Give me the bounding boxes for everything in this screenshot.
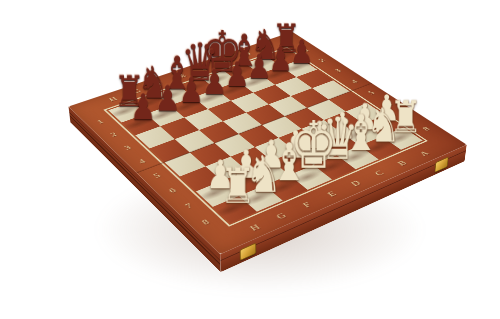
- white-rook-glyph: ♜: [203, 161, 273, 210]
- product-photo-scene: HGFEDCBA HGFEDCBA 12345678 12345678 ♜♞♝♛…: [0, 0, 500, 319]
- brass-clasp-icon: [435, 156, 449, 172]
- dark-pawn-glyph: ♟: [112, 89, 174, 125]
